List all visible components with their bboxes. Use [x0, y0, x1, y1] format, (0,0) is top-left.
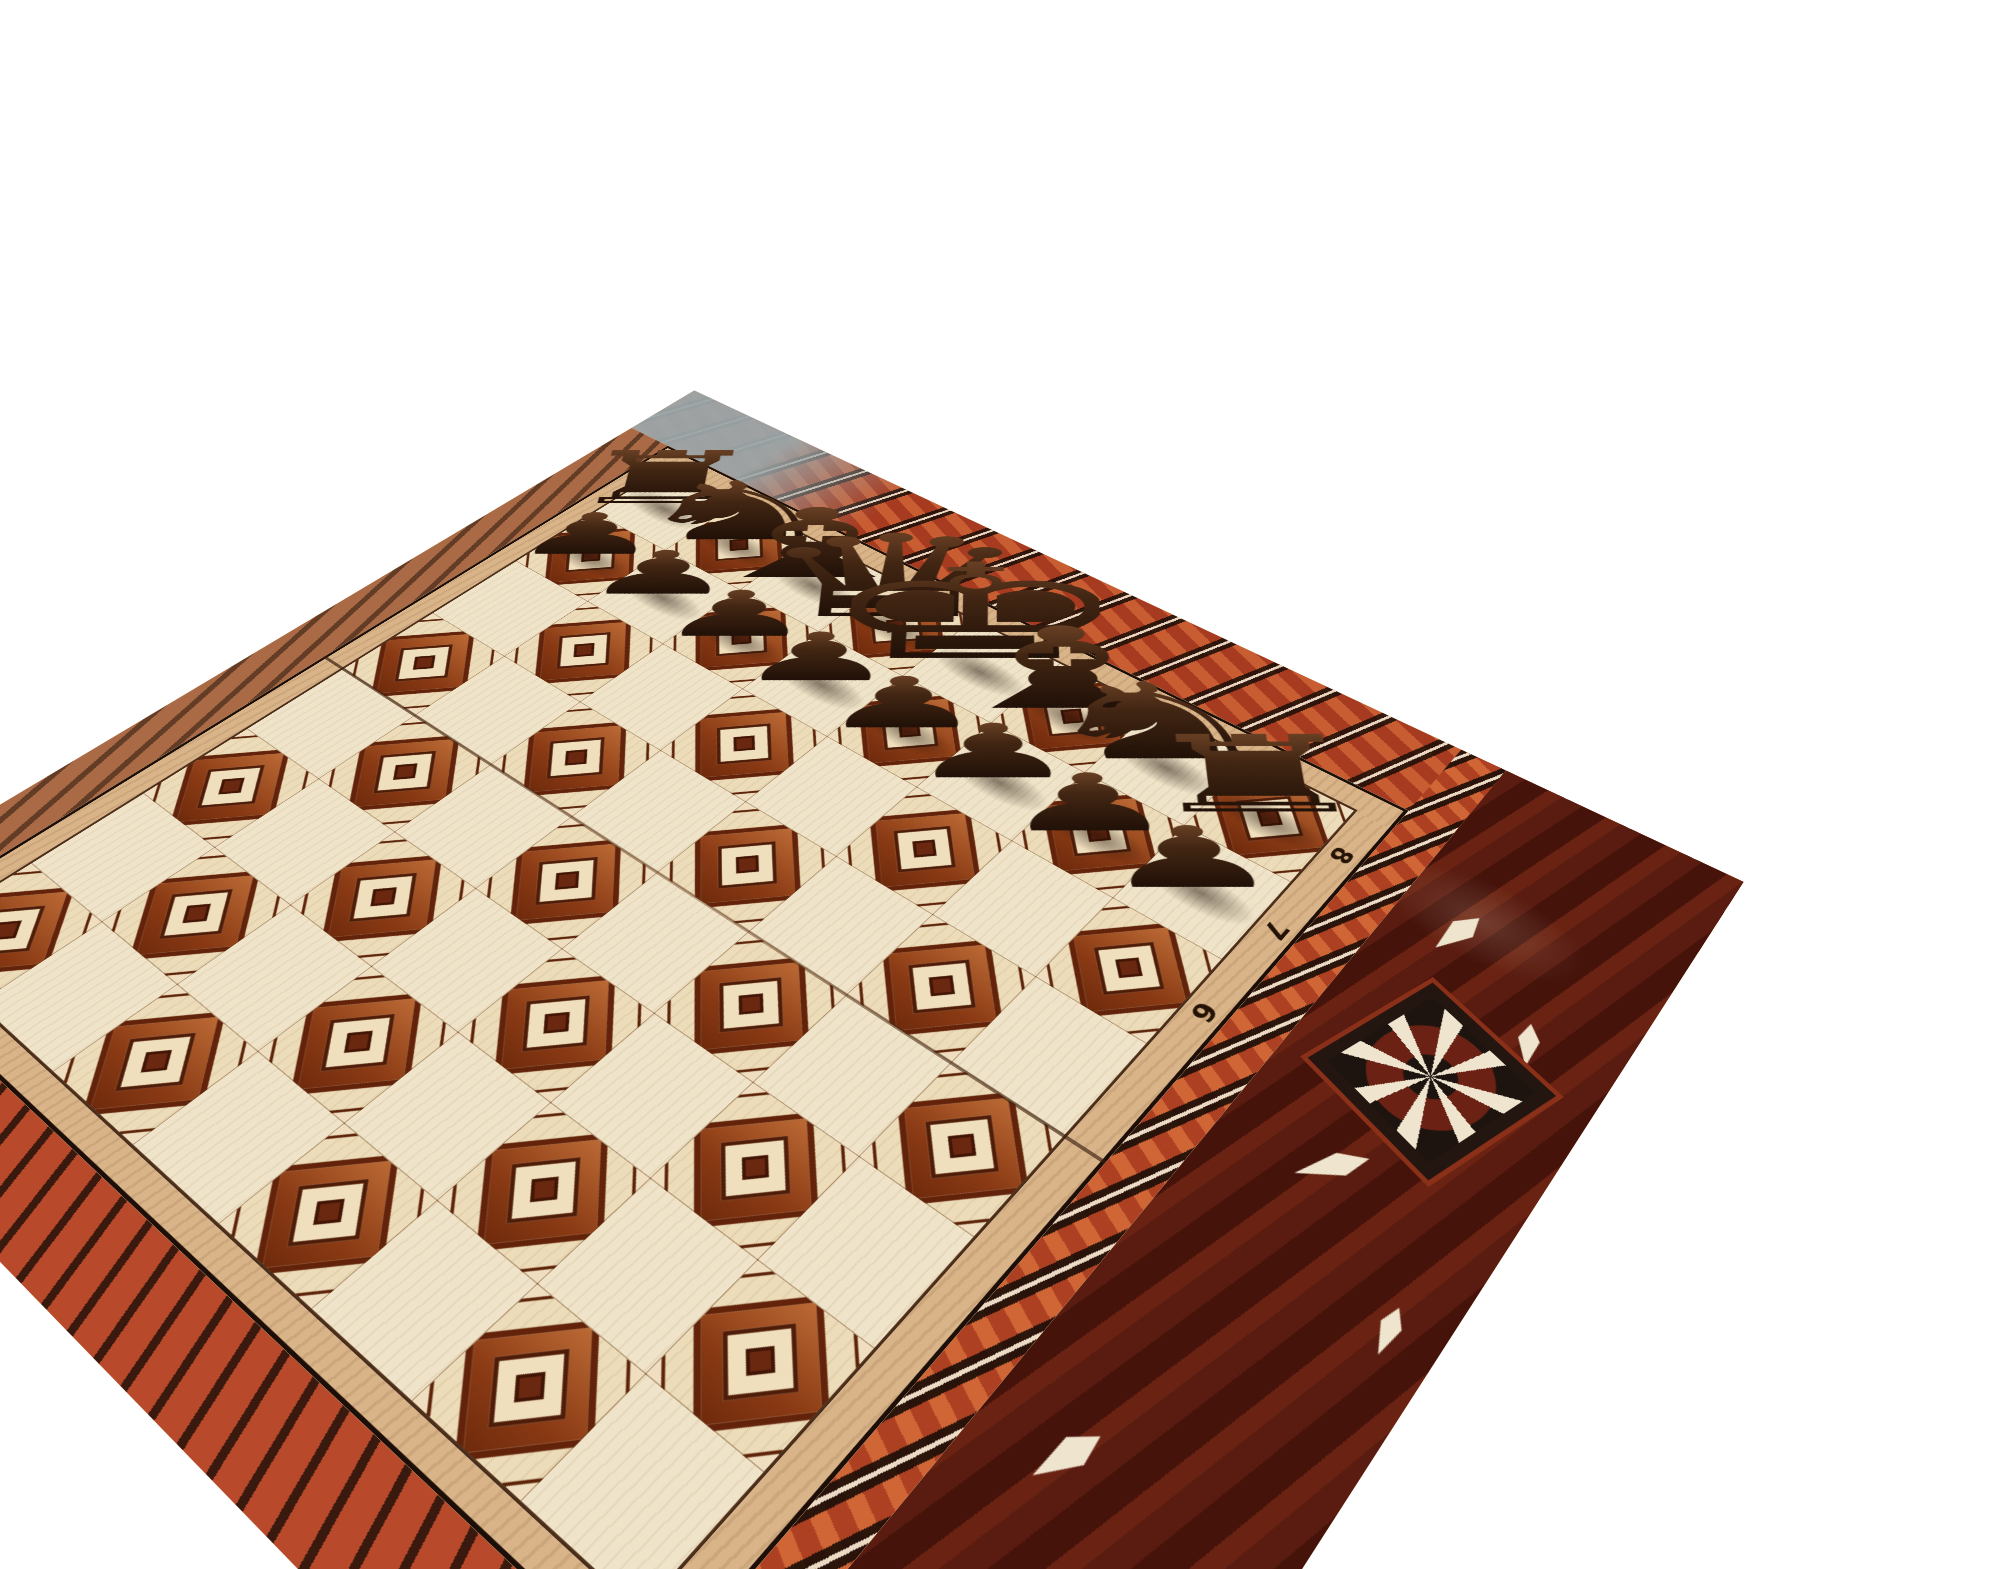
product-photo-stage: 876 ♜♞♝♛♚♝♞♜♟♟♟♟♟♟♟♟ [0, 0, 2000, 1569]
black-pawn-h7: ♟ [1045, 814, 1343, 899]
mosaic-diamond-motif [458, 949, 654, 1103]
square-e3 [458, 949, 654, 1103]
square-g3 [650, 1083, 859, 1261]
chess-board: 876 ♜♞♝♛♚♝♞♜♟♟♟♟♟♟♟♟ [0, 391, 1744, 1569]
square-f4 [654, 932, 847, 1083]
mosaic-diamond-motif [654, 932, 847, 1083]
square-f3 [551, 1014, 753, 1179]
mosaic-diamond-motif [650, 1083, 859, 1261]
